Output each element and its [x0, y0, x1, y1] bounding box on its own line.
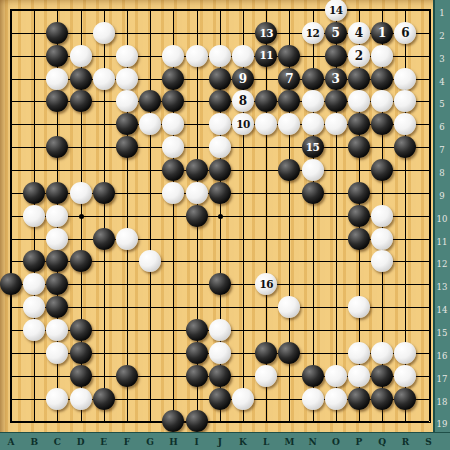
stone-white — [116, 68, 138, 90]
column-label: N — [308, 437, 316, 447]
stone-white — [70, 182, 92, 204]
row-label: 2 — [439, 31, 444, 41]
stone-white — [209, 136, 231, 158]
move-number-label: 5 — [332, 27, 340, 39]
stone-white — [232, 45, 254, 67]
stone-white — [209, 45, 231, 67]
column-label: I — [194, 437, 198, 447]
stone-white — [302, 113, 324, 135]
stone-black — [302, 182, 324, 204]
column-label: D — [77, 437, 85, 447]
stone-black — [116, 365, 138, 387]
stone-white — [46, 228, 68, 250]
column-label: J — [218, 437, 222, 447]
move-number-label: 11 — [259, 50, 273, 61]
stone-white — [371, 45, 393, 67]
stone-black — [302, 68, 324, 90]
column-label: P — [356, 437, 363, 447]
row-label: 18 — [437, 397, 448, 407]
stone-black-numbered: 13 — [255, 22, 277, 44]
stone-black — [70, 68, 92, 90]
move-number-label: 3 — [332, 73, 340, 85]
stone-black — [186, 319, 208, 341]
stone-black — [394, 388, 416, 410]
row-label: 3 — [439, 54, 444, 64]
stone-white — [93, 22, 115, 44]
stone-white — [46, 205, 68, 227]
column-label: G — [146, 437, 154, 447]
row-label: 1 — [439, 8, 444, 18]
stone-black — [93, 228, 115, 250]
row-label: 6 — [439, 122, 444, 132]
move-number-label: 8 — [239, 95, 247, 107]
stone-white — [232, 388, 254, 410]
stone-white — [70, 45, 92, 67]
stone-white-numbered: 4 — [348, 22, 370, 44]
row-label: 19 — [437, 419, 448, 429]
stone-black — [209, 273, 231, 295]
column-label: B — [30, 437, 38, 447]
stone-white — [302, 90, 324, 112]
stone-white — [325, 365, 347, 387]
move-number-label: 12 — [306, 28, 320, 39]
row-label: 12 — [437, 259, 448, 269]
stone-black — [70, 90, 92, 112]
stone-black — [348, 68, 370, 90]
stone-black — [371, 388, 393, 410]
stone-white — [371, 342, 393, 364]
row-label: 13 — [437, 282, 448, 292]
stone-black — [209, 159, 231, 181]
stone-black — [162, 68, 184, 90]
stone-black — [255, 342, 277, 364]
stone-black — [116, 136, 138, 158]
stone-black — [70, 342, 92, 364]
stone-black — [46, 45, 68, 67]
stone-white — [209, 342, 231, 364]
star-point — [79, 214, 84, 219]
move-number-label: 10 — [236, 119, 250, 130]
column-label: O — [332, 437, 340, 447]
stone-white — [93, 68, 115, 90]
stone-white — [116, 45, 138, 67]
stone-white — [255, 365, 277, 387]
stone-white — [46, 68, 68, 90]
column-label: A — [8, 437, 15, 447]
stone-black — [325, 45, 347, 67]
stone-black — [371, 68, 393, 90]
row-label: 8 — [439, 168, 444, 178]
stone-white — [162, 45, 184, 67]
column-label: K — [239, 437, 247, 447]
stone-white — [394, 68, 416, 90]
stone-black — [209, 365, 231, 387]
stone-black — [302, 365, 324, 387]
stone-white — [394, 365, 416, 387]
stone-black-numbered: 7 — [278, 68, 300, 90]
stone-black — [348, 228, 370, 250]
stone-black — [162, 410, 184, 432]
stone-black — [348, 136, 370, 158]
stone-white — [371, 205, 393, 227]
go-board[interactable]: 14131254161129738101516 — [0, 0, 450, 450]
column-label: R — [402, 437, 409, 447]
row-label: 15 — [437, 328, 448, 338]
stone-white — [70, 388, 92, 410]
column-label: S — [425, 437, 432, 447]
stone-black — [186, 365, 208, 387]
row-label: 5 — [439, 99, 444, 109]
row-label: 17 — [437, 374, 448, 384]
row-label: 9 — [439, 191, 444, 201]
move-number-label: 2 — [355, 50, 363, 62]
stone-black-numbered: 11 — [255, 45, 277, 67]
move-number-label: 6 — [401, 27, 409, 39]
move-number-label: 16 — [259, 279, 273, 290]
stone-white — [348, 342, 370, 364]
move-number-label: 9 — [239, 73, 247, 85]
stone-black — [93, 182, 115, 204]
column-label: Q — [378, 437, 386, 447]
stone-white-numbered: 2 — [348, 45, 370, 67]
stone-black — [23, 182, 45, 204]
star-point — [218, 214, 223, 219]
row-label: 10 — [437, 214, 448, 224]
stone-white — [348, 365, 370, 387]
stone-black — [348, 205, 370, 227]
stone-black-numbered: 5 — [325, 22, 347, 44]
stone-black — [70, 319, 92, 341]
stone-black — [186, 342, 208, 364]
stone-black — [70, 250, 92, 272]
row-label: 7 — [439, 145, 444, 155]
move-number-label: 7 — [285, 73, 293, 85]
column-label: H — [169, 437, 178, 447]
stone-white — [46, 388, 68, 410]
move-number-label: 13 — [259, 28, 273, 39]
stone-black-numbered: 9 — [232, 68, 254, 90]
stone-black — [209, 388, 231, 410]
go-app-screen: 14131254161129738101516 ABCDEFGHIJKLMNOP… — [0, 0, 450, 450]
stone-black — [348, 388, 370, 410]
stone-black — [371, 365, 393, 387]
stone-black — [186, 159, 208, 181]
row-label: 14 — [437, 305, 448, 315]
stone-white — [325, 113, 347, 135]
stone-white — [348, 296, 370, 318]
column-label: E — [100, 437, 107, 447]
move-number-label: 15 — [306, 142, 320, 153]
move-number-label: 14 — [329, 5, 343, 16]
stone-black — [278, 45, 300, 67]
stone-black — [93, 388, 115, 410]
stone-white — [209, 113, 231, 135]
column-label: C — [54, 437, 61, 447]
stone-white — [116, 228, 138, 250]
stone-white — [23, 205, 45, 227]
stone-black — [186, 205, 208, 227]
row-label: 16 — [437, 351, 448, 361]
stone-white — [325, 388, 347, 410]
stone-white-numbered: 14 — [325, 0, 347, 21]
move-number-label: 4 — [355, 27, 363, 39]
stone-black — [348, 182, 370, 204]
stone-white — [186, 45, 208, 67]
stone-white-numbered: 12 — [302, 22, 324, 44]
stone-black — [70, 365, 92, 387]
column-label: F — [124, 437, 130, 447]
stone-black-numbered: 1 — [371, 22, 393, 44]
stone-black — [186, 410, 208, 432]
column-label: M — [284, 437, 294, 447]
stone-black-numbered: 15 — [302, 136, 324, 158]
row-label: 4 — [439, 77, 444, 87]
move-number-label: 1 — [378, 27, 386, 39]
stone-black-numbered: 3 — [325, 68, 347, 90]
stone-black — [209, 182, 231, 204]
row-label: 11 — [437, 237, 448, 247]
stone-white — [302, 388, 324, 410]
stone-white — [186, 182, 208, 204]
column-label: L — [263, 437, 269, 447]
stone-white — [371, 228, 393, 250]
stone-white — [209, 319, 231, 341]
stone-black — [209, 68, 231, 90]
stone-white — [302, 159, 324, 181]
